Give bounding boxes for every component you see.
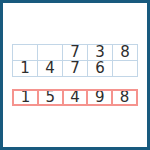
digit-cell: 4 bbox=[38, 61, 62, 76]
digit-cell: 8 bbox=[113, 45, 137, 60]
digit-cell: 3 bbox=[88, 45, 112, 60]
empty-cell bbox=[38, 45, 62, 60]
digit-cell: 8 bbox=[113, 91, 136, 104]
digit-cell: 7 bbox=[63, 61, 87, 76]
empty-cell bbox=[13, 45, 37, 60]
digit-cell: 9 bbox=[88, 91, 111, 104]
empty-cell bbox=[113, 61, 137, 76]
partial-products-grid: 7381476 bbox=[12, 44, 138, 77]
digit-cell: 7 bbox=[63, 45, 87, 60]
digit-cell: 5 bbox=[39, 91, 62, 104]
digit-cell: 1 bbox=[13, 61, 37, 76]
board: 7381476 15498 bbox=[0, 0, 150, 150]
digit-cell: 1 bbox=[14, 91, 37, 104]
result-grid: 15498 bbox=[12, 89, 138, 106]
digit-cell: 6 bbox=[88, 61, 112, 76]
digit-cell: 4 bbox=[64, 91, 87, 104]
